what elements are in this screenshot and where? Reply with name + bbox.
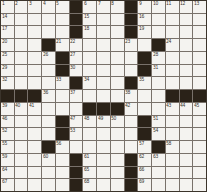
cell-r14c3[interactable]	[28, 167, 41, 179]
cell-r8c12[interactable]	[152, 90, 165, 102]
cell-r13c9[interactable]	[111, 154, 124, 166]
cell-r11c1[interactable]: 52	[1, 128, 14, 140]
cell-r9c15[interactable]: 45	[193, 103, 206, 115]
cell-r4c5[interactable]: 21	[56, 39, 69, 51]
clue-number: 8	[111, 1, 114, 6]
cell-r13c1[interactable]: 59	[1, 154, 14, 166]
cell-r6c13[interactable]	[166, 65, 179, 77]
cell-r11c6[interactable]: 53	[70, 128, 83, 140]
cell-r9c11[interactable]	[138, 103, 151, 115]
clue-number: 59	[2, 154, 7, 159]
cell-r4c9[interactable]	[111, 39, 124, 51]
cell-r5c3[interactable]	[28, 52, 41, 64]
cell-r7c4[interactable]	[42, 77, 55, 89]
cell-r6c1[interactable]: 29	[1, 65, 14, 77]
cell-r6c2[interactable]	[15, 65, 28, 77]
cell-r13c12[interactable]: 63	[152, 154, 165, 166]
cell-r13c10	[125, 154, 138, 166]
cell-r1c4[interactable]: 4	[42, 1, 55, 13]
cell-r2c4[interactable]	[42, 14, 55, 26]
cell-r1c11[interactable]: 9	[138, 1, 151, 13]
cell-r3c14[interactable]	[180, 26, 193, 38]
cell-r4c4	[42, 39, 55, 51]
cell-r10c9[interactable]: 50	[111, 116, 124, 128]
clue-number: 35	[139, 77, 144, 82]
cell-r12c12	[152, 141, 165, 153]
clue-number: 58	[166, 141, 171, 146]
cell-r9c7	[83, 103, 96, 115]
clue-number: 6	[84, 1, 87, 6]
cell-r5c13[interactable]	[166, 52, 179, 64]
clue-number: 44	[180, 103, 185, 108]
cell-r10c6[interactable]: 47	[70, 116, 83, 128]
cell-r6c5	[56, 65, 69, 77]
cell-r1c14[interactable]: 12	[180, 1, 193, 13]
cell-r6c6[interactable]: 30	[70, 65, 83, 77]
cell-r15c10	[125, 179, 138, 191]
cell-r6c11	[138, 65, 151, 77]
cell-r2c9[interactable]	[111, 14, 124, 26]
clue-number: 41	[29, 103, 34, 108]
cell-r15c4[interactable]	[42, 179, 55, 191]
cell-r11c8[interactable]	[97, 128, 110, 140]
cell-r6c14[interactable]	[180, 65, 193, 77]
clue-number: 15	[84, 14, 89, 19]
cell-r12c11[interactable]: 57	[138, 141, 151, 153]
clue-number: 12	[180, 1, 185, 6]
cell-r1c12[interactable]: 10	[152, 1, 165, 13]
cell-r2c12[interactable]	[152, 14, 165, 26]
cell-r2c13[interactable]	[166, 14, 179, 26]
cell-r7c9[interactable]	[111, 77, 124, 89]
cell-r6c10[interactable]	[125, 65, 138, 77]
clue-number: 36	[43, 90, 48, 95]
clue-number: 34	[84, 77, 89, 82]
cell-r7c3[interactable]	[28, 77, 41, 89]
clue-number: 49	[98, 116, 103, 121]
cell-r15c1[interactable]: 67	[1, 179, 14, 191]
clue-number: 5	[56, 1, 59, 6]
cell-r14c15[interactable]	[193, 167, 206, 179]
cell-r8c13	[166, 90, 179, 102]
clue-number: 22	[70, 39, 75, 44]
cell-r15c9[interactable]	[111, 179, 124, 191]
cell-r3c12[interactable]	[152, 26, 165, 38]
cell-r10c12[interactable]: 51	[152, 116, 165, 128]
cell-r8c9[interactable]	[111, 90, 124, 102]
clue-number: 42	[125, 103, 130, 108]
cell-r6c9[interactable]	[111, 65, 124, 77]
cell-r13c4[interactable]: 60	[42, 154, 55, 166]
cell-r15c11[interactable]: 69	[138, 179, 151, 191]
cell-r6c15[interactable]	[193, 65, 206, 77]
clue-number: 26	[43, 52, 48, 57]
cell-r15c14[interactable]	[180, 179, 193, 191]
cell-r1c8[interactable]: 7	[97, 1, 110, 13]
cell-r3c13[interactable]	[166, 26, 179, 38]
cell-r7c5[interactable]: 33	[56, 77, 69, 89]
cell-r1c15[interactable]: 13	[193, 1, 206, 13]
cell-r5c7[interactable]	[83, 52, 96, 64]
cell-r7c7[interactable]: 34	[83, 77, 96, 89]
cell-r11c2[interactable]	[15, 128, 28, 140]
cell-r3c15[interactable]	[193, 26, 206, 38]
cell-r12c10[interactable]	[125, 141, 138, 153]
clue-number: 57	[139, 141, 144, 146]
cell-r6c4[interactable]	[42, 65, 55, 77]
clue-number: 47	[70, 116, 75, 121]
clue-number: 20	[2, 39, 7, 44]
cell-r5c14[interactable]	[180, 52, 193, 64]
cell-r8c5[interactable]	[56, 90, 69, 102]
cell-r13c3[interactable]	[28, 154, 41, 166]
clue-number: 31	[153, 65, 158, 70]
cell-r8c11[interactable]	[138, 90, 151, 102]
cell-r10c15[interactable]	[193, 116, 206, 128]
cell-r15c5[interactable]	[56, 179, 69, 191]
clue-number: 1	[2, 1, 5, 6]
cell-r15c12[interactable]	[152, 179, 165, 191]
cell-r2c5[interactable]	[56, 14, 69, 26]
cell-r14c7[interactable]: 65	[83, 167, 96, 179]
cell-r9c6[interactable]	[70, 103, 83, 115]
clue-number: 11	[166, 1, 171, 6]
cell-r10c3[interactable]	[28, 116, 41, 128]
cell-r8c10[interactable]: 38	[125, 90, 138, 102]
clue-number: 62	[139, 154, 144, 159]
cell-r2c2[interactable]	[15, 14, 28, 26]
cell-r5c9[interactable]	[111, 52, 124, 64]
clue-number: 30	[70, 65, 75, 70]
cell-r15c6	[70, 179, 83, 191]
clue-number: 54	[153, 128, 158, 133]
cell-r7c15[interactable]	[193, 77, 206, 89]
cell-r1c9[interactable]: 8	[111, 1, 124, 13]
clue-number: 19	[139, 26, 144, 31]
clue-number: 38	[125, 90, 130, 95]
cell-r3c11[interactable]: 19	[138, 26, 151, 38]
cell-r14c8[interactable]	[97, 167, 110, 179]
cell-r12c4	[42, 141, 55, 153]
cell-r12c3[interactable]	[28, 141, 41, 153]
cell-r1c3[interactable]: 3	[28, 1, 41, 13]
cell-r14c14[interactable]	[180, 167, 193, 179]
clue-number: 46	[2, 116, 7, 121]
cell-r7c10	[125, 77, 138, 89]
clue-number: 9	[139, 1, 142, 6]
cell-r10c11	[138, 116, 151, 128]
cell-r2c14[interactable]	[180, 14, 193, 26]
cell-r8c3	[28, 90, 41, 102]
cell-r5c5	[56, 52, 69, 64]
clue-number: 61	[84, 154, 89, 159]
cell-r4c11[interactable]	[138, 39, 151, 51]
cell-r7c13[interactable]	[166, 77, 179, 89]
cell-r8c7[interactable]	[83, 90, 96, 102]
cell-r12c15[interactable]	[193, 141, 206, 153]
clue-number: 7	[98, 1, 101, 6]
cell-r3c2[interactable]	[15, 26, 28, 38]
cell-r9c4[interactable]	[42, 103, 55, 115]
cell-r1c6	[70, 1, 83, 13]
clue-number: 17	[2, 26, 7, 31]
cell-r13c2[interactable]	[15, 154, 28, 166]
cell-r3c4[interactable]	[42, 26, 55, 38]
clue-number: 56	[56, 141, 61, 146]
clue-number: 4	[43, 1, 46, 6]
cell-r7c8[interactable]	[97, 77, 110, 89]
cell-r3c8[interactable]	[97, 26, 110, 38]
cell-r4c7[interactable]	[83, 39, 96, 51]
cell-r1c13[interactable]: 11	[166, 1, 179, 13]
cell-r15c15[interactable]	[193, 179, 206, 191]
clue-number: 51	[153, 116, 158, 121]
cell-r10c1[interactable]: 46	[1, 116, 14, 128]
cell-r4c2[interactable]	[15, 39, 28, 51]
cell-r14c4[interactable]	[42, 167, 55, 179]
clue-number: 48	[84, 116, 89, 121]
cell-r11c3[interactable]	[28, 128, 41, 140]
clue-number: 60	[43, 154, 48, 159]
clue-number: 24	[166, 39, 171, 44]
clue-number: 52	[2, 128, 7, 133]
clue-number: 65	[84, 167, 89, 172]
clue-number: 68	[84, 179, 89, 184]
cell-r13c8[interactable]	[97, 154, 110, 166]
cell-r2c15[interactable]	[193, 14, 206, 26]
cell-r15c8[interactable]	[97, 179, 110, 191]
clue-number: 53	[70, 128, 75, 133]
clue-number: 32	[2, 77, 7, 82]
cell-r5c12[interactable]: 28	[152, 52, 165, 64]
cell-r15c2[interactable]	[15, 179, 28, 191]
clue-number: 33	[56, 77, 61, 82]
cell-r13c15[interactable]	[193, 154, 206, 166]
cell-r11c13[interactable]	[166, 128, 179, 140]
cell-r4c10[interactable]: 23	[125, 39, 138, 51]
clue-number: 50	[111, 116, 116, 121]
cell-r1c1[interactable]: 1	[1, 1, 14, 13]
cell-r4c8[interactable]	[97, 39, 110, 51]
cell-r5c6[interactable]: 27	[70, 52, 83, 64]
cell-r13c14[interactable]	[180, 154, 193, 166]
cell-r13c13[interactable]	[166, 154, 179, 166]
cell-r12c13[interactable]: 58	[166, 141, 179, 153]
cell-r9c10[interactable]: 42	[125, 103, 138, 115]
crossword-grid: 1234567891011121314151617181920212223242…	[0, 0, 207, 192]
cell-r2c11[interactable]: 16	[138, 14, 151, 26]
clue-number: 55	[2, 141, 7, 146]
cell-r5c2[interactable]	[15, 52, 28, 64]
cell-r9c12[interactable]	[152, 103, 165, 115]
cell-r14c12[interactable]	[152, 167, 165, 179]
cell-r2c7[interactable]: 15	[83, 14, 96, 26]
cell-r10c2[interactable]	[15, 116, 28, 128]
cell-r15c3[interactable]	[28, 179, 41, 191]
cell-r8c15	[193, 90, 206, 102]
cell-r8c2	[15, 90, 28, 102]
cell-r14c5[interactable]	[56, 167, 69, 179]
clue-number: 13	[194, 1, 199, 6]
cell-r13c6	[70, 154, 83, 166]
cell-r8c1	[1, 90, 14, 102]
cell-r9c9	[111, 103, 124, 115]
cell-r14c13[interactable]	[166, 167, 179, 179]
cell-r7c1[interactable]: 32	[1, 77, 14, 89]
cell-r1c7[interactable]: 6	[83, 1, 96, 13]
cell-r11c5	[56, 128, 69, 140]
cell-r9c13[interactable]: 43	[166, 103, 179, 115]
cell-r5c11	[138, 52, 151, 64]
cell-r3c1[interactable]: 17	[1, 26, 14, 38]
cell-r12c8[interactable]	[97, 141, 110, 153]
cell-r12c1[interactable]: 55	[1, 141, 14, 153]
cell-r12c14[interactable]	[180, 141, 193, 153]
cell-r12c7[interactable]	[83, 141, 96, 153]
clue-number: 66	[139, 167, 144, 172]
cell-r11c4[interactable]	[42, 128, 55, 140]
clue-number: 69	[139, 179, 144, 184]
cell-r9c8	[97, 103, 110, 115]
clue-number: 43	[166, 103, 171, 108]
clue-number: 21	[56, 39, 61, 44]
cell-r12c2[interactable]	[15, 141, 28, 153]
cell-r5c4[interactable]: 26	[42, 52, 55, 64]
cell-r14c2[interactable]	[15, 167, 28, 179]
cell-r10c7[interactable]: 48	[83, 116, 96, 128]
cell-r14c6	[70, 167, 83, 179]
cell-r4c13[interactable]: 24	[166, 39, 179, 51]
cell-r8c14	[180, 90, 193, 102]
cell-r5c15[interactable]	[193, 52, 206, 64]
clue-number: 63	[153, 154, 158, 159]
cell-r2c10	[125, 14, 138, 26]
cell-r3c7[interactable]: 18	[83, 26, 96, 38]
cell-r6c3[interactable]	[28, 65, 41, 77]
cell-r3c3[interactable]	[28, 26, 41, 38]
clue-number: 29	[2, 65, 7, 70]
clue-number: 2	[15, 1, 18, 6]
cell-r11c11	[138, 128, 151, 140]
clue-number: 23	[125, 39, 130, 44]
cell-r4c12	[152, 39, 165, 51]
cell-r7c2[interactable]	[15, 77, 28, 89]
cell-r9c1[interactable]: 39	[1, 103, 14, 115]
cell-r10c14[interactable]	[180, 116, 193, 128]
cell-r1c10	[125, 1, 138, 13]
cell-r4c15[interactable]	[193, 39, 206, 51]
cell-r5c1[interactable]: 25	[1, 52, 14, 64]
clue-number: 28	[153, 52, 158, 57]
cell-r14c10	[125, 167, 138, 179]
clue-number: 18	[84, 26, 89, 31]
cell-r7c11[interactable]: 35	[138, 77, 151, 89]
cell-r14c1[interactable]: 64	[1, 167, 14, 179]
clue-number: 67	[2, 179, 7, 184]
cell-r11c14[interactable]	[180, 128, 193, 140]
cell-r10c5	[56, 116, 69, 128]
cell-r4c6[interactable]: 22	[70, 39, 83, 51]
cell-r5c8[interactable]	[97, 52, 110, 64]
cell-r13c11[interactable]: 62	[138, 154, 151, 166]
cell-r9c5[interactable]	[56, 103, 69, 115]
cell-r11c7[interactable]	[83, 128, 96, 140]
cell-r9c2[interactable]: 40	[15, 103, 28, 115]
clue-number: 64	[2, 167, 7, 172]
cell-r2c1[interactable]: 14	[1, 14, 14, 26]
cell-r11c10[interactable]	[125, 128, 138, 140]
cell-r2c8[interactable]	[97, 14, 110, 26]
clue-number: 39	[2, 103, 7, 108]
cell-r12c5[interactable]: 56	[56, 141, 69, 153]
cell-r3c5[interactable]	[56, 26, 69, 38]
cell-r8c8[interactable]	[97, 90, 110, 102]
cell-r2c3[interactable]	[28, 14, 41, 26]
cell-r4c1[interactable]: 20	[1, 39, 14, 51]
cell-r5c10[interactable]	[125, 52, 138, 64]
cell-r15c13[interactable]	[166, 179, 179, 191]
cell-r12c9[interactable]	[111, 141, 124, 153]
cell-r4c3[interactable]	[28, 39, 41, 51]
cell-r7c6	[70, 77, 83, 89]
cell-r13c5[interactable]	[56, 154, 69, 166]
cell-r12c6[interactable]	[70, 141, 83, 153]
clue-number: 27	[70, 52, 75, 57]
cell-r9c3[interactable]: 41	[28, 103, 41, 115]
cell-r15c7[interactable]: 68	[83, 179, 96, 191]
cell-r11c9[interactable]	[111, 128, 124, 140]
cell-r14c9[interactable]	[111, 167, 124, 179]
clue-number: 45	[194, 103, 199, 108]
cell-r10c13[interactable]	[166, 116, 179, 128]
cell-r11c15[interactable]	[193, 128, 206, 140]
clue-number: 40	[15, 103, 20, 108]
clue-number: 3	[29, 1, 32, 6]
cell-r14c11[interactable]: 66	[138, 167, 151, 179]
cell-r6c8[interactable]	[97, 65, 110, 77]
cell-r2c6	[70, 14, 83, 26]
clue-number: 25	[2, 52, 7, 57]
cell-r3c6	[70, 26, 83, 38]
clue-number: 14	[2, 14, 7, 19]
cell-r7c14[interactable]	[180, 77, 193, 89]
cell-r1c2[interactable]: 2	[15, 1, 28, 13]
cell-r9c14[interactable]: 44	[180, 103, 193, 115]
cell-r6c7[interactable]	[83, 65, 96, 77]
cell-r7c12[interactable]	[152, 77, 165, 89]
cell-r10c8[interactable]: 49	[97, 116, 110, 128]
cell-r10c4[interactable]	[42, 116, 55, 128]
clue-number: 10	[153, 1, 158, 6]
cell-r3c10	[125, 26, 138, 38]
cell-r6c12[interactable]: 31	[152, 65, 165, 77]
cell-r10c10[interactable]	[125, 116, 138, 128]
clue-number: 37	[70, 90, 75, 95]
cell-r8c6[interactable]: 37	[70, 90, 83, 102]
cell-r11c12[interactable]: 54	[152, 128, 165, 140]
cell-r13c7[interactable]: 61	[83, 154, 96, 166]
cell-r1c5[interactable]: 5	[56, 1, 69, 13]
cell-r4c14[interactable]	[180, 39, 193, 51]
clue-number: 16	[139, 14, 144, 19]
cell-r8c4[interactable]: 36	[42, 90, 55, 102]
cell-r3c9[interactable]	[111, 26, 124, 38]
